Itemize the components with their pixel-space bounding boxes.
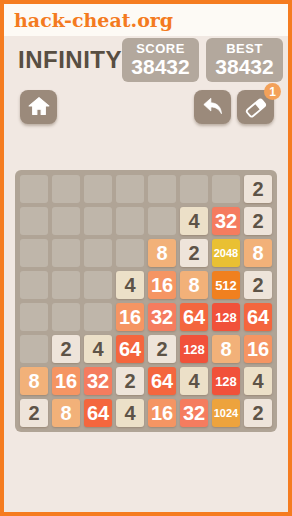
empty-cell (116, 239, 144, 267)
empty-cell (180, 175, 208, 203)
tile-64: 64 (116, 335, 144, 363)
score-value: 38432 (131, 56, 189, 78)
tile-4: 4 (116, 271, 144, 299)
empty-cell (20, 175, 48, 203)
tile-64: 64 (148, 367, 176, 395)
tile-64: 64 (84, 399, 112, 427)
tile-8: 8 (180, 271, 208, 299)
tile-16: 16 (116, 303, 144, 331)
page-title: INFINITY (18, 46, 122, 74)
tile-4: 4 (116, 399, 144, 427)
empty-cell (52, 303, 80, 331)
empty-cell (84, 239, 112, 267)
tile-2: 2 (244, 399, 272, 427)
empty-cell (20, 271, 48, 299)
tile-8: 8 (52, 399, 80, 427)
empty-cell (84, 271, 112, 299)
tile-4: 4 (244, 367, 272, 395)
tile-2: 2 (52, 335, 80, 363)
tile-32: 32 (212, 207, 240, 235)
empty-cell (20, 303, 48, 331)
tile-32: 32 (148, 303, 176, 331)
tile-64: 64 (244, 303, 272, 331)
tile-2: 2 (244, 175, 272, 203)
tile-32: 32 (84, 367, 112, 395)
home-button[interactable] (20, 90, 57, 124)
tile-16: 16 (52, 367, 80, 395)
best-value: 38432 (215, 56, 273, 78)
empty-cell (84, 207, 112, 235)
tile-4: 4 (180, 367, 208, 395)
best-label: BEST (226, 42, 263, 56)
tile-32: 32 (180, 399, 208, 427)
empty-cell (52, 239, 80, 267)
empty-cell (52, 175, 80, 203)
tile-2: 2 (20, 399, 48, 427)
tile-128: 128 (212, 303, 240, 331)
empty-cell (52, 271, 80, 299)
empty-cell (148, 175, 176, 203)
empty-cell (20, 335, 48, 363)
tile-4: 4 (84, 335, 112, 363)
score-label: SCORE (136, 42, 185, 56)
empty-cell (20, 207, 48, 235)
empty-cell (212, 175, 240, 203)
game-board[interactable]: 2432282204884168512216326412864246421288… (15, 170, 277, 432)
tile-8: 8 (20, 367, 48, 395)
tile-2: 2 (148, 335, 176, 363)
empty-cell (116, 207, 144, 235)
tile-2: 2 (244, 207, 272, 235)
tile-16: 16 (148, 271, 176, 299)
tile-64: 64 (180, 303, 208, 331)
tile-128: 128 (180, 335, 208, 363)
home-icon (26, 94, 52, 121)
empty-cell (116, 175, 144, 203)
empty-cell (84, 303, 112, 331)
undo-arrow-icon (200, 94, 226, 121)
score-box: SCORE 38432 (122, 38, 199, 82)
header: INFINITY SCORE 38432 BEST 38432 (18, 38, 276, 82)
tile-128: 128 (212, 367, 240, 395)
tile-1024: 1024 (212, 399, 240, 427)
tile-8: 8 (148, 239, 176, 267)
empty-cell (20, 239, 48, 267)
tile-16: 16 (244, 335, 272, 363)
watermark-link[interactable]: hack-cheat.org (14, 9, 173, 31)
undo-button[interactable] (194, 90, 231, 124)
empty-cell (148, 207, 176, 235)
eraser-count-badge: 1 (264, 83, 281, 100)
toolbar-right: 1 (194, 90, 274, 124)
toolbar: 1 (20, 90, 274, 124)
tile-8: 8 (212, 335, 240, 363)
tile-2: 2 (180, 239, 208, 267)
empty-cell (84, 175, 112, 203)
tile-2: 2 (116, 367, 144, 395)
eraser-button[interactable]: 1 (237, 90, 274, 124)
tile-16: 16 (148, 399, 176, 427)
tile-2: 2 (244, 271, 272, 299)
tile-2048: 2048 (212, 239, 240, 267)
empty-cell (52, 207, 80, 235)
tile-4: 4 (180, 207, 208, 235)
tile-8: 8 (244, 239, 272, 267)
score-panel: SCORE 38432 BEST 38432 (122, 38, 283, 82)
watermark-bar: hack-cheat.org (4, 4, 288, 36)
best-box: BEST 38432 (206, 38, 283, 82)
tile-512: 512 (212, 271, 240, 299)
